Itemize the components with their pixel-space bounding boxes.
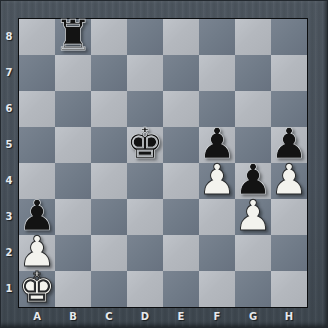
square-a1[interactable]: ♚ [19,271,55,307]
square-g1[interactable] [235,271,271,307]
file-label-a: A [19,307,55,328]
square-c1[interactable] [91,271,127,307]
square-g6[interactable] [235,91,271,127]
file-label-f: F [199,307,235,328]
square-e2[interactable] [163,235,199,271]
square-d5[interactable]: ♚ [127,127,163,163]
chessboard-frame: ♜♚♟♟♟♟♟♟♟♟♚ 87654321 ABCDEFGH [0,0,328,328]
rank-label-7: 7 [0,55,18,91]
square-g8[interactable] [235,19,271,55]
square-b2[interactable] [55,235,91,271]
black-rook-piece[interactable]: ♜ [54,15,92,57]
square-g3[interactable]: ♟ [235,199,271,235]
square-b5[interactable] [55,127,91,163]
rank-label-6: 6 [0,91,18,127]
file-label-b: B [55,307,91,328]
file-label-h: H [271,307,307,328]
file-label-c: C [91,307,127,328]
rank-label-2: 2 [0,235,18,271]
white-pawn-piece[interactable]: ♟ [270,159,308,201]
square-c2[interactable] [91,235,127,271]
square-d3[interactable] [127,199,163,235]
square-f7[interactable] [199,55,235,91]
square-c4[interactable] [91,163,127,199]
square-c8[interactable] [91,19,127,55]
square-g7[interactable] [235,55,271,91]
square-d4[interactable] [127,163,163,199]
square-h8[interactable] [271,19,307,55]
square-e7[interactable] [163,55,199,91]
square-e4[interactable] [163,163,199,199]
square-d2[interactable] [127,235,163,271]
rank-label-3: 3 [0,199,18,235]
square-e1[interactable] [163,271,199,307]
square-d7[interactable] [127,55,163,91]
square-h1[interactable] [271,271,307,307]
rank-labels: 87654321 [0,19,18,307]
rank-label-4: 4 [0,163,18,199]
chessboard: ♜♚♟♟♟♟♟♟♟♟♚ [18,18,308,308]
rank-label-8: 8 [0,19,18,55]
square-b7[interactable] [55,55,91,91]
rank-label-1: 1 [0,271,18,307]
square-f3[interactable] [199,199,235,235]
square-e3[interactable] [163,199,199,235]
file-label-d: D [127,307,163,328]
square-b8[interactable]: ♜ [55,19,91,55]
black-king-piece[interactable]: ♚ [126,123,164,165]
square-h4[interactable]: ♟ [271,163,307,199]
square-d1[interactable] [127,271,163,307]
square-a5[interactable] [19,127,55,163]
square-e8[interactable] [163,19,199,55]
square-c5[interactable] [91,127,127,163]
square-c6[interactable] [91,91,127,127]
square-d8[interactable] [127,19,163,55]
square-f4[interactable]: ♟ [199,163,235,199]
square-b6[interactable] [55,91,91,127]
square-b3[interactable] [55,199,91,235]
square-a7[interactable] [19,55,55,91]
square-b1[interactable] [55,271,91,307]
square-b4[interactable] [55,163,91,199]
square-h7[interactable] [271,55,307,91]
square-e6[interactable] [163,91,199,127]
square-c3[interactable] [91,199,127,235]
square-h2[interactable] [271,235,307,271]
rank-label-5: 5 [0,127,18,163]
white-pawn-piece[interactable]: ♟ [234,195,272,237]
white-king-piece[interactable]: ♚ [18,267,56,309]
square-f8[interactable] [199,19,235,55]
square-c7[interactable] [91,55,127,91]
square-a8[interactable] [19,19,55,55]
file-label-e: E [163,307,199,328]
square-h3[interactable] [271,199,307,235]
square-a6[interactable] [19,91,55,127]
white-pawn-piece[interactable]: ♟ [198,159,236,201]
square-e5[interactable] [163,127,199,163]
square-f2[interactable] [199,235,235,271]
file-label-g: G [235,307,271,328]
file-labels: ABCDEFGH [19,307,307,328]
square-f1[interactable] [199,271,235,307]
square-g2[interactable] [235,235,271,271]
